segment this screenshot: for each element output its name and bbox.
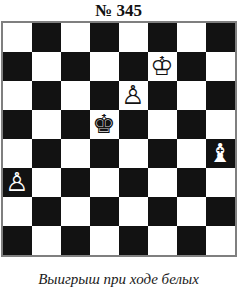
square-h1[interactable]: [206, 226, 235, 255]
puzzle-page: № 345 ♔♙♚♝♙ Выигрыш при ходе белых: [0, 0, 237, 296]
square-h8[interactable]: [206, 23, 235, 52]
square-g2[interactable]: [177, 197, 206, 226]
square-c8[interactable]: [61, 23, 90, 52]
chess-board: ♔♙♚♝♙: [1, 21, 237, 257]
white-king[interactable]: ♔: [150, 52, 173, 81]
white-pawn[interactable]: ♙: [121, 81, 144, 110]
square-e7[interactable]: [119, 52, 148, 81]
square-d7[interactable]: [90, 52, 119, 81]
square-c1[interactable]: [61, 226, 90, 255]
square-e4[interactable]: [119, 139, 148, 168]
square-g3[interactable]: [177, 168, 206, 197]
square-g1[interactable]: [177, 226, 206, 255]
square-g5[interactable]: [177, 110, 206, 139]
square-b7[interactable]: [32, 52, 61, 81]
square-g7[interactable]: [177, 52, 206, 81]
square-h3[interactable]: [206, 168, 235, 197]
square-b1[interactable]: [32, 226, 61, 255]
square-a2[interactable]: [3, 197, 32, 226]
square-d6[interactable]: [90, 81, 119, 110]
square-e1[interactable]: [119, 226, 148, 255]
puzzle-caption: Выигрыш при ходе белых: [0, 271, 237, 288]
square-f8[interactable]: [148, 23, 177, 52]
square-c6[interactable]: [61, 81, 90, 110]
square-c4[interactable]: [61, 139, 90, 168]
square-e8[interactable]: [119, 23, 148, 52]
square-h2[interactable]: [206, 197, 235, 226]
square-f5[interactable]: [148, 110, 177, 139]
square-g4[interactable]: [177, 139, 206, 168]
square-g6[interactable]: [177, 81, 206, 110]
square-b4[interactable]: [32, 139, 61, 168]
square-f2[interactable]: [148, 197, 177, 226]
square-d5[interactable]: ♚: [90, 110, 119, 139]
black-pawn[interactable]: ♙: [5, 168, 28, 197]
square-c3[interactable]: [61, 168, 90, 197]
square-a3[interactable]: ♙: [3, 168, 32, 197]
square-f7[interactable]: ♔: [148, 52, 177, 81]
square-e2[interactable]: [119, 197, 148, 226]
square-a1[interactable]: [3, 226, 32, 255]
square-h6[interactable]: [206, 81, 235, 110]
square-b3[interactable]: [32, 168, 61, 197]
square-f1[interactable]: [148, 226, 177, 255]
square-e5[interactable]: [119, 110, 148, 139]
square-a4[interactable]: [3, 139, 32, 168]
square-a8[interactable]: [3, 23, 32, 52]
square-f4[interactable]: [148, 139, 177, 168]
square-h5[interactable]: [206, 110, 235, 139]
square-h4[interactable]: ♝: [206, 139, 235, 168]
square-c7[interactable]: [61, 52, 90, 81]
square-a5[interactable]: [3, 110, 32, 139]
white-bishop[interactable]: ♝: [208, 139, 231, 168]
square-b5[interactable]: [32, 110, 61, 139]
square-d3[interactable]: [90, 168, 119, 197]
square-d8[interactable]: [90, 23, 119, 52]
puzzle-number: № 345: [0, 0, 237, 21]
square-e3[interactable]: [119, 168, 148, 197]
square-h7[interactable]: [206, 52, 235, 81]
square-a6[interactable]: [3, 81, 32, 110]
square-b2[interactable]: [32, 197, 61, 226]
black-king[interactable]: ♚: [92, 110, 115, 139]
square-d2[interactable]: [90, 197, 119, 226]
square-d1[interactable]: [90, 226, 119, 255]
square-b8[interactable]: [32, 23, 61, 52]
square-d4[interactable]: [90, 139, 119, 168]
square-c5[interactable]: [61, 110, 90, 139]
square-b6[interactable]: [32, 81, 61, 110]
square-e6[interactable]: ♙: [119, 81, 148, 110]
square-c2[interactable]: [61, 197, 90, 226]
square-f6[interactable]: [148, 81, 177, 110]
square-g8[interactable]: [177, 23, 206, 52]
square-a7[interactable]: [3, 52, 32, 81]
square-f3[interactable]: [148, 168, 177, 197]
